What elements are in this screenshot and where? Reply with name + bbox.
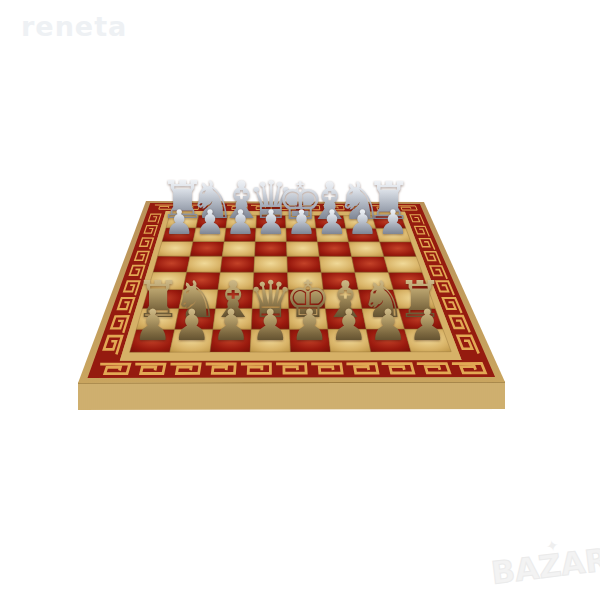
piece-silver-pawn-e7: ♟ [286, 205, 316, 239]
piece-bronze-pawn-e1: ♟ [290, 304, 329, 347]
chess-pieces-layer: ♜♞♝♛♚♝♞♜♟♟♟♟♟♟♟♟♜♞♝♛♚♝♞♜♟♟♟♟♟♟♟♟ [0, 0, 600, 600]
piece-bronze-pawn-h1: ♟ [408, 304, 447, 347]
piece-bronze-pawn-b1: ♟ [173, 304, 212, 347]
piece-bronze-pawn-a1: ♟ [133, 304, 172, 347]
piece-silver-pawn-g7: ♟ [347, 205, 377, 239]
piece-silver-pawn-b7: ♟ [195, 205, 225, 239]
piece-silver-pawn-a7: ♟ [164, 205, 194, 239]
piece-bronze-pawn-d1: ♟ [251, 304, 290, 347]
piece-silver-pawn-c7: ♟ [225, 205, 255, 239]
piece-bronze-pawn-g1: ♟ [369, 304, 408, 347]
reneta-watermark: reneta [21, 11, 127, 42]
piece-silver-pawn-h7: ♟ [378, 205, 408, 239]
chess-board-photo: ♜♞♝♛♚♝♞♜♟♟♟♟♟♟♟♟♜♞♝♛♚♝♞♜♟♟♟♟♟♟♟♟ [0, 0, 600, 600]
piece-silver-pawn-d7: ♟ [256, 205, 286, 239]
piece-silver-pawn-f7: ♟ [317, 205, 347, 239]
piece-bronze-pawn-f1: ♟ [330, 304, 369, 347]
piece-bronze-pawn-c1: ♟ [212, 304, 251, 347]
